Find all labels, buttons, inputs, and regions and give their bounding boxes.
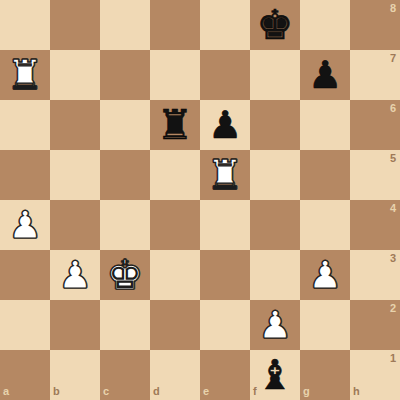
file-label-c: c bbox=[103, 386, 109, 397]
chess-board-container: ♚8♜♟7♜♟6♜5♟4♟♚♟3♟2abcdef♝g1h bbox=[0, 0, 400, 400]
square-e1[interactable]: e bbox=[200, 350, 250, 400]
square-b5[interactable] bbox=[50, 150, 100, 200]
white-pawn-a4[interactable]: ♟ bbox=[0, 200, 50, 250]
square-g4[interactable] bbox=[300, 200, 350, 250]
square-d5[interactable] bbox=[150, 150, 200, 200]
file-label-e: e bbox=[203, 386, 209, 397]
square-a6[interactable] bbox=[0, 100, 50, 150]
square-e4[interactable] bbox=[200, 200, 250, 250]
square-e3[interactable] bbox=[200, 250, 250, 300]
square-a3[interactable] bbox=[0, 250, 50, 300]
file-label-h: h bbox=[353, 386, 360, 397]
square-h6[interactable]: 6 bbox=[350, 100, 400, 150]
square-f1[interactable]: f♝ bbox=[250, 350, 300, 400]
square-a4[interactable]: ♟ bbox=[0, 200, 50, 250]
square-e2[interactable] bbox=[200, 300, 250, 350]
white-king-c3[interactable]: ♚ bbox=[100, 250, 150, 300]
square-a2[interactable] bbox=[0, 300, 50, 350]
square-c1[interactable]: c bbox=[100, 350, 150, 400]
black-king-f8[interactable]: ♚ bbox=[250, 0, 300, 50]
square-c7[interactable] bbox=[100, 50, 150, 100]
square-a7[interactable]: ♜ bbox=[0, 50, 50, 100]
rank-label-8: 8 bbox=[390, 3, 396, 14]
square-g7[interactable]: ♟ bbox=[300, 50, 350, 100]
square-h2[interactable]: 2 bbox=[350, 300, 400, 350]
square-a1[interactable]: a bbox=[0, 350, 50, 400]
square-f6[interactable] bbox=[250, 100, 300, 150]
square-a5[interactable] bbox=[0, 150, 50, 200]
square-b4[interactable] bbox=[50, 200, 100, 250]
square-c4[interactable] bbox=[100, 200, 150, 250]
square-h1[interactable]: 1h bbox=[350, 350, 400, 400]
rank-label-1: 1 bbox=[390, 353, 396, 364]
square-e8[interactable] bbox=[200, 0, 250, 50]
square-h7[interactable]: 7 bbox=[350, 50, 400, 100]
square-g3[interactable]: ♟ bbox=[300, 250, 350, 300]
square-g2[interactable] bbox=[300, 300, 350, 350]
square-b3[interactable]: ♟ bbox=[50, 250, 100, 300]
square-h3[interactable]: 3 bbox=[350, 250, 400, 300]
file-label-a: a bbox=[3, 386, 9, 397]
square-h8[interactable]: 8 bbox=[350, 0, 400, 50]
rank-label-7: 7 bbox=[390, 53, 396, 64]
square-h4[interactable]: 4 bbox=[350, 200, 400, 250]
square-h5[interactable]: 5 bbox=[350, 150, 400, 200]
square-f5[interactable] bbox=[250, 150, 300, 200]
black-bishop-f1[interactable]: ♝ bbox=[250, 350, 300, 400]
rank-label-3: 3 bbox=[390, 253, 396, 264]
square-g5[interactable] bbox=[300, 150, 350, 200]
square-c2[interactable] bbox=[100, 300, 150, 350]
square-f3[interactable] bbox=[250, 250, 300, 300]
square-e7[interactable] bbox=[200, 50, 250, 100]
square-d3[interactable] bbox=[150, 250, 200, 300]
square-b8[interactable] bbox=[50, 0, 100, 50]
rank-label-6: 6 bbox=[390, 103, 396, 114]
file-label-b: b bbox=[53, 386, 60, 397]
white-rook-a7[interactable]: ♜ bbox=[0, 50, 50, 100]
white-pawn-g3[interactable]: ♟ bbox=[300, 250, 350, 300]
square-c3[interactable]: ♚ bbox=[100, 250, 150, 300]
black-pawn-g7[interactable]: ♟ bbox=[300, 50, 350, 100]
square-f8[interactable]: ♚ bbox=[250, 0, 300, 50]
square-c5[interactable] bbox=[100, 150, 150, 200]
square-g1[interactable]: g bbox=[300, 350, 350, 400]
square-f2[interactable]: ♟ bbox=[250, 300, 300, 350]
black-rook-d6[interactable]: ♜ bbox=[150, 100, 200, 150]
file-label-g: g bbox=[303, 386, 310, 397]
black-pawn-e6[interactable]: ♟ bbox=[200, 100, 250, 150]
square-b7[interactable] bbox=[50, 50, 100, 100]
white-pawn-b3[interactable]: ♟ bbox=[50, 250, 100, 300]
square-b2[interactable] bbox=[50, 300, 100, 350]
square-d6[interactable]: ♜ bbox=[150, 100, 200, 150]
square-g6[interactable] bbox=[300, 100, 350, 150]
rank-label-4: 4 bbox=[390, 203, 396, 214]
square-e5[interactable]: ♜ bbox=[200, 150, 250, 200]
square-d4[interactable] bbox=[150, 200, 200, 250]
square-c6[interactable] bbox=[100, 100, 150, 150]
square-d2[interactable] bbox=[150, 300, 200, 350]
white-rook-e5[interactable]: ♜ bbox=[200, 150, 250, 200]
white-pawn-f2[interactable]: ♟ bbox=[250, 300, 300, 350]
square-b1[interactable]: b bbox=[50, 350, 100, 400]
square-d8[interactable] bbox=[150, 0, 200, 50]
square-f7[interactable] bbox=[250, 50, 300, 100]
square-d1[interactable]: d bbox=[150, 350, 200, 400]
square-a8[interactable] bbox=[0, 0, 50, 50]
chess-board[interactable]: ♚8♜♟7♜♟6♜5♟4♟♚♟3♟2abcdef♝g1h bbox=[0, 0, 400, 400]
square-b6[interactable] bbox=[50, 100, 100, 150]
rank-label-5: 5 bbox=[390, 153, 396, 164]
square-c8[interactable] bbox=[100, 0, 150, 50]
rank-label-2: 2 bbox=[390, 303, 396, 314]
file-label-d: d bbox=[153, 386, 160, 397]
square-g8[interactable] bbox=[300, 0, 350, 50]
square-e6[interactable]: ♟ bbox=[200, 100, 250, 150]
square-d7[interactable] bbox=[150, 50, 200, 100]
square-f4[interactable] bbox=[250, 200, 300, 250]
